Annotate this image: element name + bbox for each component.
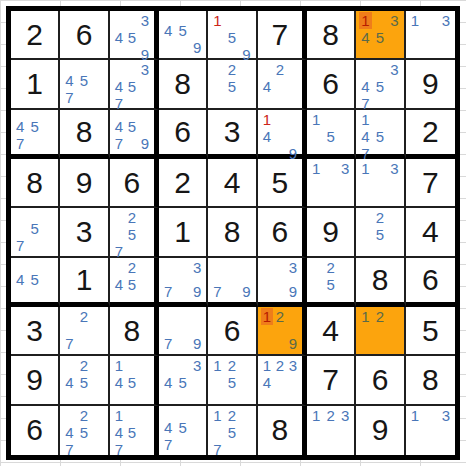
candidate-4[interactable]: 4 xyxy=(14,271,28,288)
candidate-3[interactable]: 3 xyxy=(338,407,352,424)
cell-r3c5[interactable]: 3 xyxy=(208,110,257,159)
cell-r9c8[interactable]: 9 xyxy=(356,406,405,455)
candidate-3[interactable]: 3 xyxy=(190,259,204,276)
candidate-4[interactable]: 4 xyxy=(113,424,126,441)
pencil-marks: 13 xyxy=(406,406,455,455)
candidate-7[interactable]: 7 xyxy=(113,441,126,458)
cell-r2c5[interactable]: 25 xyxy=(208,60,257,109)
cell-r5c4[interactable]: 1 xyxy=(159,208,208,257)
pencil-marks: 123 xyxy=(307,406,354,455)
cell-r5c7[interactable]: 9 xyxy=(307,208,356,257)
cell-r7c8[interactable]: 12 xyxy=(356,307,405,356)
candidate-2[interactable]: 2 xyxy=(77,357,91,374)
cell-r5c5[interactable]: 8 xyxy=(208,208,257,257)
candidate-2[interactable]: 2 xyxy=(273,61,286,78)
cell-r4c5[interactable]: 4 xyxy=(208,159,257,208)
cell-r8c6[interactable]: 1234 xyxy=(258,356,307,405)
digit: 4 xyxy=(322,316,339,346)
candidate-3[interactable]: 3 xyxy=(138,61,151,78)
cell-r9c6[interactable]: 8 xyxy=(258,406,307,455)
cell-r6c1[interactable]: 45 xyxy=(11,258,60,307)
candidate-3[interactable]: 3 xyxy=(438,12,452,29)
cell-r8c2[interactable]: 245 xyxy=(60,356,109,405)
candidate-5[interactable]: 5 xyxy=(176,419,190,436)
pencil-marks: 25 xyxy=(307,258,354,302)
candidate-4[interactable]: 4 xyxy=(261,374,274,391)
cell-r5c9[interactable]: 4 xyxy=(406,208,455,257)
digit: 6 xyxy=(224,316,241,346)
pencil-marks: 45 xyxy=(11,258,58,302)
candidate-5[interactable]: 5 xyxy=(28,220,42,237)
candidate-5[interactable]: 5 xyxy=(28,271,42,288)
candidate-5[interactable]: 5 xyxy=(176,374,190,391)
pencil-marks: 79 xyxy=(208,258,255,302)
cell-r4c6[interactable]: 5 xyxy=(258,159,307,208)
candidate-2[interactable]: 2 xyxy=(125,259,138,276)
candidate-5[interactable]: 5 xyxy=(225,29,239,46)
candidate-7[interactable]: 7 xyxy=(162,335,176,352)
pencil-marks: 345 xyxy=(159,356,206,403)
candidate-3[interactable]: 3 xyxy=(286,357,299,374)
candidate-5[interactable]: 5 xyxy=(77,374,91,391)
candidate-9[interactable]: 9 xyxy=(190,283,204,300)
pencil-marks: 13 xyxy=(356,159,403,206)
candidate-4[interactable]: 4 xyxy=(113,78,126,95)
digit: 6 xyxy=(372,365,389,395)
candidate-4[interactable]: 4 xyxy=(113,276,126,293)
cell-r7c4[interactable]: 79 xyxy=(159,307,208,356)
candidate-7[interactable]: 7 xyxy=(14,237,28,254)
cell-r3c4[interactable]: 6 xyxy=(159,110,208,159)
pencil-marks: 1457 xyxy=(356,110,403,154)
pencil-marks: 25 xyxy=(356,208,403,255)
cell-r7c5[interactable]: 6 xyxy=(208,307,257,356)
candidate-9[interactable]: 9 xyxy=(190,335,204,352)
cell-r9c5[interactable]: 1257 xyxy=(208,406,257,455)
candidate-2[interactable]: 2 xyxy=(77,407,91,424)
digit: 3 xyxy=(26,316,43,346)
digit: 6 xyxy=(123,168,140,198)
cell-r4c8[interactable]: 13 xyxy=(356,159,405,208)
pencil-marks: 257 xyxy=(110,208,154,255)
digit: 1 xyxy=(26,69,43,99)
digit: 6 xyxy=(322,69,339,99)
cell-r9c4[interactable]: 457 xyxy=(159,406,208,455)
pencil-marks: 125 xyxy=(208,356,255,403)
digit: 2 xyxy=(26,20,43,50)
candidate-7[interactable]: 7 xyxy=(211,441,225,458)
candidate-5[interactable]: 5 xyxy=(225,374,239,391)
candidate-7[interactable]: 7 xyxy=(211,283,225,300)
digit: 6 xyxy=(271,217,288,247)
candidate-3[interactable]: 3 xyxy=(286,259,299,276)
cell-r8c1[interactable]: 9 xyxy=(11,356,60,405)
candidate-2[interactable]: 2 xyxy=(324,407,338,424)
cell-r3c6[interactable]: 149 xyxy=(258,110,307,159)
candidate-5[interactable]: 5 xyxy=(125,276,138,293)
cell-r3c9[interactable]: 2 xyxy=(406,110,455,159)
digit: 7 xyxy=(422,168,439,198)
cell-r3c3[interactable]: 4579 xyxy=(110,110,159,159)
pencil-marks: 129 xyxy=(258,307,302,354)
candidate-1[interactable]: 1 xyxy=(211,407,225,424)
pencil-marks: 379 xyxy=(159,258,206,302)
candidate-1[interactable]: 1 xyxy=(409,407,423,424)
digit: 2 xyxy=(174,168,191,198)
cell-r6c8[interactable]: 8 xyxy=(356,258,405,307)
cell-r5c1[interactable]: 57 xyxy=(11,208,60,257)
digit: 8 xyxy=(123,316,140,346)
candidate-2[interactable]: 2 xyxy=(225,407,239,424)
pencil-marks: 79 xyxy=(159,307,206,354)
pencil-marks: 12 xyxy=(356,307,403,354)
digit: 4 xyxy=(422,217,439,247)
cell-r8c5[interactable]: 125 xyxy=(208,356,257,405)
candidate-4[interactable]: 4 xyxy=(359,29,373,46)
digit: 3 xyxy=(76,217,93,247)
cell-r4c9[interactable]: 7 xyxy=(406,159,455,208)
candidate-1[interactable]: 1 xyxy=(113,407,126,424)
cell-r7c1[interactable]: 3 xyxy=(11,307,60,356)
digit: 8 xyxy=(76,117,93,147)
cell-r3c1[interactable]: 457 xyxy=(11,110,60,159)
cell-r2c3[interactable]: 3457 xyxy=(110,60,159,109)
pencil-marks: 13 xyxy=(307,159,354,206)
cell-r7c2[interactable]: 27 xyxy=(60,307,109,356)
cell-r4c7[interactable]: 13 xyxy=(307,159,356,208)
cell-r6c2[interactable]: 1 xyxy=(60,258,109,307)
candidate-1[interactable]: 1 xyxy=(261,357,274,374)
candidate-5[interactable]: 5 xyxy=(28,118,42,135)
candidate-2[interactable]: 2 xyxy=(373,308,387,325)
cell-r1c8[interactable]: 1345 xyxy=(356,11,405,60)
cell-r4c3[interactable]: 6 xyxy=(110,159,159,208)
candidate-1[interactable]: 1 xyxy=(113,357,126,374)
candidate-1[interactable]: 1 xyxy=(359,111,373,128)
cell-r6c6[interactable]: 39 xyxy=(258,258,307,307)
digit: 5 xyxy=(271,168,288,198)
candidate-4[interactable]: 4 xyxy=(63,72,77,89)
cell-r9c1[interactable]: 6 xyxy=(11,406,60,455)
digit: 8 xyxy=(26,168,43,198)
candidate-1[interactable]: 1 xyxy=(359,12,373,29)
candidate-7[interactable]: 7 xyxy=(63,335,77,352)
pencil-marks: 2457 xyxy=(60,406,107,455)
cell-r8c9[interactable]: 8 xyxy=(406,356,455,405)
candidate-5[interactable]: 5 xyxy=(125,226,138,243)
cell-r8c3[interactable]: 145 xyxy=(110,356,159,405)
candidate-4[interactable]: 4 xyxy=(162,419,176,436)
candidate-5[interactable]: 5 xyxy=(225,78,239,95)
cell-r7c6[interactable]: 129 xyxy=(258,307,307,356)
pencil-marks: 13 xyxy=(406,11,455,58)
cell-r5c6[interactable]: 6 xyxy=(258,208,307,257)
candidate-4[interactable]: 4 xyxy=(113,374,126,391)
cell-r7c3[interactable]: 8 xyxy=(110,307,159,356)
cell-r4c1[interactable]: 8 xyxy=(11,159,60,208)
cell-r6c9[interactable]: 6 xyxy=(406,258,455,307)
digit: 7 xyxy=(271,20,288,50)
candidate-2[interactable]: 2 xyxy=(324,259,338,276)
candidate-5[interactable]: 5 xyxy=(373,78,387,95)
candidate-5[interactable]: 5 xyxy=(77,72,91,89)
cell-r3c2[interactable]: 8 xyxy=(60,110,109,159)
pencil-marks: 1257 xyxy=(208,406,255,455)
candidate-5[interactable]: 5 xyxy=(373,29,387,46)
candidate-4[interactable]: 4 xyxy=(359,78,373,95)
candidate-3[interactable]: 3 xyxy=(387,61,401,78)
digit: 2 xyxy=(422,117,439,147)
candidate-4[interactable]: 4 xyxy=(261,78,274,95)
digit: 5 xyxy=(422,316,439,346)
cell-r6c5[interactable]: 79 xyxy=(208,258,257,307)
candidate-3[interactable]: 3 xyxy=(387,12,401,29)
cell-r8c4[interactable]: 345 xyxy=(159,356,208,405)
cell-r8c7[interactable]: 7 xyxy=(307,356,356,405)
candidate-5[interactable]: 5 xyxy=(125,118,138,135)
pencil-marks: 27 xyxy=(60,307,107,354)
sudoku-grid: 2634594591597813451314573457825246345794… xyxy=(6,6,460,460)
cell-r9c2[interactable]: 2457 xyxy=(60,406,109,455)
candidate-5[interactable]: 5 xyxy=(125,424,138,441)
candidate-9[interactable]: 9 xyxy=(286,283,299,300)
candidate-7[interactable]: 7 xyxy=(63,441,77,458)
pencil-marks: 1234 xyxy=(258,356,302,403)
cell-r6c3[interactable]: 245 xyxy=(110,258,159,307)
cell-r5c2[interactable]: 3 xyxy=(60,208,109,257)
candidate-7[interactable]: 7 xyxy=(14,135,28,152)
cell-r2c8[interactable]: 3457 xyxy=(356,60,405,109)
candidate-4[interactable]: 4 xyxy=(63,424,77,441)
candidate-3[interactable]: 3 xyxy=(138,12,151,29)
candidate-9[interactable]: 9 xyxy=(286,335,299,352)
pencil-marks: 3457 xyxy=(110,60,154,107)
pencil-marks: 15 xyxy=(307,110,354,154)
pencil-marks: 24 xyxy=(258,60,302,107)
digit: 8 xyxy=(224,217,241,247)
pencil-marks: 159 xyxy=(208,11,255,58)
candidate-2[interactable]: 2 xyxy=(77,308,91,325)
candidate-4[interactable]: 4 xyxy=(359,128,373,145)
cell-r6c4[interactable]: 379 xyxy=(159,258,208,307)
pencil-marks: 4579 xyxy=(110,110,154,154)
digit: 6 xyxy=(174,117,191,147)
pencil-marks: 149 xyxy=(258,110,302,154)
cell-r9c9[interactable]: 13 xyxy=(406,406,455,455)
cell-r9c7[interactable]: 123 xyxy=(307,406,356,455)
candidate-4[interactable]: 4 xyxy=(113,118,126,135)
candidate-2[interactable]: 2 xyxy=(225,357,239,374)
digit: 1 xyxy=(174,217,191,247)
candidate-5[interactable]: 5 xyxy=(125,78,138,95)
cell-r5c8[interactable]: 25 xyxy=(356,208,405,257)
candidate-7[interactable]: 7 xyxy=(113,135,126,152)
pencil-marks: 39 xyxy=(258,258,302,302)
pencil-marks: 245 xyxy=(110,258,154,302)
digit: 9 xyxy=(322,217,339,247)
candidate-1[interactable]: 1 xyxy=(261,111,274,128)
pencil-marks: 3459 xyxy=(110,11,154,58)
digit: 8 xyxy=(322,20,339,50)
cell-r2c2[interactable]: 457 xyxy=(60,60,109,109)
pencil-marks: 145 xyxy=(110,356,154,403)
candidate-9[interactable]: 9 xyxy=(239,283,253,300)
candidate-4[interactable]: 4 xyxy=(162,22,176,39)
pencil-marks: 1457 xyxy=(110,406,154,455)
pencil-marks: 457 xyxy=(11,110,58,154)
cell-r5c3[interactable]: 257 xyxy=(110,208,159,257)
cell-r2c9[interactable]: 9 xyxy=(406,60,455,109)
cell-r1c6[interactable]: 7 xyxy=(258,11,307,60)
digit: 9 xyxy=(26,365,43,395)
cell-r1c9[interactable]: 13 xyxy=(406,11,455,60)
candidate-1[interactable]: 1 xyxy=(310,111,324,128)
pencil-marks: 245 xyxy=(60,356,107,403)
candidate-7[interactable]: 7 xyxy=(162,436,176,453)
candidate-1[interactable]: 1 xyxy=(359,160,373,177)
candidate-4[interactable]: 4 xyxy=(14,118,28,135)
candidate-1[interactable]: 1 xyxy=(211,357,225,374)
pencil-marks: 457 xyxy=(60,60,107,107)
candidate-1[interactable]: 1 xyxy=(310,407,324,424)
digit: 6 xyxy=(76,20,93,50)
cell-r7c9[interactable]: 5 xyxy=(406,307,455,356)
candidate-2[interactable]: 2 xyxy=(273,357,286,374)
candidate-9[interactable]: 9 xyxy=(190,39,204,56)
cell-r1c4[interactable]: 459 xyxy=(159,11,208,60)
cell-r3c8[interactable]: 1457 xyxy=(356,110,405,159)
cell-r1c3[interactable]: 3459 xyxy=(110,11,159,60)
digit: 9 xyxy=(372,415,389,445)
pencil-marks: 25 xyxy=(208,60,255,107)
cell-r6c7[interactable]: 25 xyxy=(307,258,356,307)
candidate-1[interactable]: 1 xyxy=(359,308,373,325)
digit: 6 xyxy=(422,265,439,295)
digit: 8 xyxy=(271,415,288,445)
candidate-1[interactable]: 1 xyxy=(409,12,423,29)
cell-r1c5[interactable]: 159 xyxy=(208,11,257,60)
candidate-1[interactable]: 1 xyxy=(211,12,225,29)
digit: 6 xyxy=(26,415,43,445)
cell-r2c7[interactable]: 6 xyxy=(307,60,356,109)
cell-r4c2[interactable]: 9 xyxy=(60,159,109,208)
candidate-5[interactable]: 5 xyxy=(77,424,91,441)
candidate-1[interactable]: 1 xyxy=(310,160,324,177)
digit: 7 xyxy=(322,365,339,395)
sudoku-board-wrapper: 2634594591597813451314573457825246345794… xyxy=(0,0,466,466)
cell-r2c6[interactable]: 24 xyxy=(258,60,307,109)
candidate-3[interactable]: 3 xyxy=(190,357,204,374)
cell-r1c2[interactable]: 6 xyxy=(60,11,109,60)
candidate-5[interactable]: 5 xyxy=(373,226,387,243)
candidate-7[interactable]: 7 xyxy=(162,283,176,300)
candidate-4[interactable]: 4 xyxy=(162,374,176,391)
cell-r3c7[interactable]: 15 xyxy=(307,110,356,159)
candidate-7[interactable]: 7 xyxy=(63,89,77,106)
candidate-1[interactable]: 1 xyxy=(261,308,274,325)
digit: 8 xyxy=(422,365,439,395)
candidate-3[interactable]: 3 xyxy=(387,160,401,177)
candidate-2[interactable]: 2 xyxy=(373,209,387,226)
cell-r4c4[interactable]: 2 xyxy=(159,159,208,208)
digit: 8 xyxy=(372,265,389,295)
candidate-3[interactable]: 3 xyxy=(338,160,352,177)
candidate-5[interactable]: 5 xyxy=(225,424,239,441)
candidate-4[interactable]: 4 xyxy=(261,128,274,145)
candidate-9[interactable]: 9 xyxy=(138,135,151,152)
digit: 9 xyxy=(76,168,93,198)
pencil-marks: 57 xyxy=(11,208,58,255)
digit: 4 xyxy=(224,168,241,198)
candidate-5[interactable]: 5 xyxy=(373,128,387,145)
candidate-5[interactable]: 5 xyxy=(125,29,138,46)
candidate-5[interactable]: 5 xyxy=(324,128,338,145)
cell-r7c7[interactable]: 4 xyxy=(307,307,356,356)
candidate-2[interactable]: 2 xyxy=(125,209,138,226)
digit: 8 xyxy=(174,69,191,99)
candidate-4[interactable]: 4 xyxy=(113,29,126,46)
digit: 3 xyxy=(224,117,241,147)
candidate-2[interactable]: 2 xyxy=(225,61,239,78)
pencil-marks: 459 xyxy=(159,11,206,58)
candidate-4[interactable]: 4 xyxy=(63,374,77,391)
candidate-3[interactable]: 3 xyxy=(438,407,452,424)
candidate-5[interactable]: 5 xyxy=(324,276,338,293)
cell-r8c8[interactable]: 6 xyxy=(356,356,405,405)
pencil-marks: 1345 xyxy=(356,11,403,58)
cell-r2c1[interactable]: 1 xyxy=(11,60,60,109)
pencil-marks: 3457 xyxy=(356,60,403,107)
digit: 1 xyxy=(76,265,93,295)
digit: 9 xyxy=(422,69,439,99)
cell-r1c7[interactable]: 8 xyxy=(307,11,356,60)
candidate-5[interactable]: 5 xyxy=(176,22,190,39)
cell-r2c4[interactable]: 8 xyxy=(159,60,208,109)
pencil-marks: 457 xyxy=(159,406,206,455)
cell-r1c1[interactable]: 2 xyxy=(11,11,60,60)
candidate-2[interactable]: 2 xyxy=(273,308,286,325)
candidate-5[interactable]: 5 xyxy=(125,374,138,391)
cell-r9c3[interactable]: 1457 xyxy=(110,406,159,455)
